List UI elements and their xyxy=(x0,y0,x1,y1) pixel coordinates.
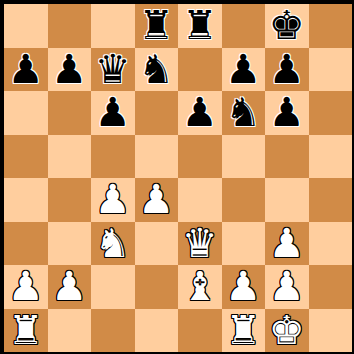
square-h1[interactable] xyxy=(309,309,353,353)
square-a7[interactable]: ♟ xyxy=(4,48,48,92)
square-b6[interactable] xyxy=(48,91,92,135)
piece-white-pawn-icon: ♟ xyxy=(51,265,87,308)
square-e4[interactable] xyxy=(178,178,222,222)
square-e3[interactable]: ♛ xyxy=(178,222,222,266)
square-g4[interactable] xyxy=(265,178,309,222)
square-d2[interactable] xyxy=(135,265,179,309)
square-a5[interactable] xyxy=(4,135,48,179)
board-frame: ♜♜♚♟♟♛♞♟♟♟♟♞♟♟♟♞♛♟♟♟♝♟♟♜♜♚ xyxy=(0,0,354,354)
square-f8[interactable] xyxy=(222,4,266,48)
square-c4[interactable]: ♟ xyxy=(91,178,135,222)
square-b2[interactable]: ♟ xyxy=(48,265,92,309)
piece-black-rook-icon: ♜ xyxy=(138,4,174,47)
square-g6[interactable]: ♟ xyxy=(265,91,309,135)
square-f2[interactable]: ♟ xyxy=(222,265,266,309)
square-b1[interactable] xyxy=(48,309,92,353)
piece-white-king-icon: ♚ xyxy=(269,309,305,352)
square-e2[interactable]: ♝ xyxy=(178,265,222,309)
piece-black-king-icon: ♚ xyxy=(269,4,305,47)
piece-black-rook-icon: ♜ xyxy=(182,4,218,47)
piece-white-pawn-icon: ♟ xyxy=(95,178,131,221)
square-b3[interactable] xyxy=(48,222,92,266)
square-f7[interactable]: ♟ xyxy=(222,48,266,92)
square-f5[interactable] xyxy=(222,135,266,179)
piece-black-pawn-icon: ♟ xyxy=(182,91,218,134)
square-c7[interactable]: ♛ xyxy=(91,48,135,92)
square-c1[interactable] xyxy=(91,309,135,353)
square-e1[interactable] xyxy=(178,309,222,353)
square-a8[interactable] xyxy=(4,4,48,48)
square-e7[interactable] xyxy=(178,48,222,92)
square-g1[interactable]: ♚ xyxy=(265,309,309,353)
square-b5[interactable] xyxy=(48,135,92,179)
piece-black-pawn-icon: ♟ xyxy=(51,48,87,91)
piece-white-pawn-icon: ♟ xyxy=(138,178,174,221)
square-d7[interactable]: ♞ xyxy=(135,48,179,92)
square-f4[interactable] xyxy=(222,178,266,222)
square-h7[interactable] xyxy=(309,48,353,92)
piece-black-pawn-icon: ♟ xyxy=(269,48,305,91)
square-f3[interactable] xyxy=(222,222,266,266)
square-g8[interactable]: ♚ xyxy=(265,4,309,48)
piece-white-rook-icon: ♜ xyxy=(8,309,44,352)
square-c8[interactable] xyxy=(91,4,135,48)
piece-black-knight-icon: ♞ xyxy=(138,48,174,91)
piece-black-pawn-icon: ♟ xyxy=(269,91,305,134)
piece-black-pawn-icon: ♟ xyxy=(95,91,131,134)
piece-white-pawn-icon: ♟ xyxy=(269,222,305,265)
square-d1[interactable] xyxy=(135,309,179,353)
square-b7[interactable]: ♟ xyxy=(48,48,92,92)
square-c3[interactable]: ♞ xyxy=(91,222,135,266)
piece-white-knight-icon: ♞ xyxy=(95,222,131,265)
square-c2[interactable] xyxy=(91,265,135,309)
square-d3[interactable] xyxy=(135,222,179,266)
square-c5[interactable] xyxy=(91,135,135,179)
square-b4[interactable] xyxy=(48,178,92,222)
square-a1[interactable]: ♜ xyxy=(4,309,48,353)
square-a4[interactable] xyxy=(4,178,48,222)
piece-white-pawn-icon: ♟ xyxy=(225,265,261,308)
square-h5[interactable] xyxy=(309,135,353,179)
piece-white-pawn-icon: ♟ xyxy=(8,265,44,308)
square-h6[interactable] xyxy=(309,91,353,135)
piece-black-knight-icon: ♞ xyxy=(225,91,261,134)
square-d8[interactable]: ♜ xyxy=(135,4,179,48)
piece-white-bishop-icon: ♝ xyxy=(182,265,218,308)
square-g2[interactable]: ♟ xyxy=(265,265,309,309)
square-g3[interactable]: ♟ xyxy=(265,222,309,266)
square-d6[interactable] xyxy=(135,91,179,135)
square-g5[interactable] xyxy=(265,135,309,179)
square-a6[interactable] xyxy=(4,91,48,135)
square-c6[interactable]: ♟ xyxy=(91,91,135,135)
square-e5[interactable] xyxy=(178,135,222,179)
square-h4[interactable] xyxy=(309,178,353,222)
square-e8[interactable]: ♜ xyxy=(178,4,222,48)
piece-black-pawn-icon: ♟ xyxy=(225,48,261,91)
square-a3[interactable] xyxy=(4,222,48,266)
square-a2[interactable]: ♟ xyxy=(4,265,48,309)
square-h2[interactable] xyxy=(309,265,353,309)
square-g7[interactable]: ♟ xyxy=(265,48,309,92)
square-f6[interactable]: ♞ xyxy=(222,91,266,135)
square-d4[interactable]: ♟ xyxy=(135,178,179,222)
square-e6[interactable]: ♟ xyxy=(178,91,222,135)
piece-white-rook-icon: ♜ xyxy=(225,309,261,352)
piece-white-pawn-icon: ♟ xyxy=(269,265,305,308)
square-b8[interactable] xyxy=(48,4,92,48)
piece-black-pawn-icon: ♟ xyxy=(8,48,44,91)
chess-board: ♜♜♚♟♟♛♞♟♟♟♟♞♟♟♟♞♛♟♟♟♝♟♟♜♜♚ xyxy=(4,4,352,352)
square-f1[interactable]: ♜ xyxy=(222,309,266,353)
square-h3[interactable] xyxy=(309,222,353,266)
square-h8[interactable] xyxy=(309,4,353,48)
piece-black-queen-icon: ♛ xyxy=(95,48,131,91)
square-d5[interactable] xyxy=(135,135,179,179)
piece-white-queen-icon: ♛ xyxy=(182,222,218,265)
